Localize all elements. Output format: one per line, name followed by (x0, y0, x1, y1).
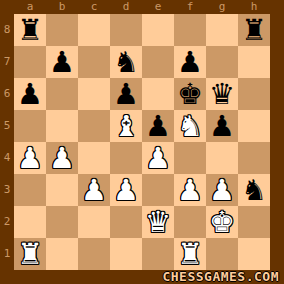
square-g3[interactable]: ♟ (206, 174, 238, 206)
square-g7[interactable] (206, 46, 238, 78)
square-e5[interactable]: ♟ (142, 110, 174, 142)
rank-label-5: 5 (0, 110, 14, 142)
square-h1[interactable] (238, 238, 270, 270)
white-pawn[interactable]: ♟ (177, 176, 203, 205)
file-label-a: a (14, 0, 46, 14)
square-d6[interactable]: ♟ (110, 78, 142, 110)
square-b5[interactable] (46, 110, 78, 142)
square-c7[interactable] (78, 46, 110, 78)
square-g1[interactable] (206, 238, 238, 270)
square-b4[interactable]: ♟ (46, 142, 78, 174)
black-king[interactable]: ♚ (177, 80, 203, 109)
square-c1[interactable] (78, 238, 110, 270)
file-label-f: f (174, 0, 206, 14)
square-b7[interactable]: ♟ (46, 46, 78, 78)
square-h8[interactable]: ♜ (238, 14, 270, 46)
white-rook[interactable]: ♜ (17, 240, 43, 269)
square-c5[interactable] (78, 110, 110, 142)
square-h4[interactable] (238, 142, 270, 174)
black-knight[interactable]: ♞ (113, 48, 139, 77)
square-a5[interactable] (14, 110, 46, 142)
white-pawn[interactable]: ♟ (209, 176, 235, 205)
rank-labels: 87654321 (0, 14, 14, 270)
square-a2[interactable] (14, 206, 46, 238)
black-pawn[interactable]: ♟ (17, 80, 43, 109)
square-b8[interactable] (46, 14, 78, 46)
black-rook[interactable]: ♜ (17, 16, 43, 45)
square-d5[interactable]: ♝ (110, 110, 142, 142)
rank-label-4: 4 (0, 142, 14, 174)
square-f8[interactable] (174, 14, 206, 46)
square-a1[interactable]: ♜ (14, 238, 46, 270)
square-e6[interactable] (142, 78, 174, 110)
square-g8[interactable] (206, 14, 238, 46)
square-e8[interactable] (142, 14, 174, 46)
file-label-b: b (46, 0, 78, 14)
board-grid: ♜♜♟♞♟♟♟♚♛♝♟♞♟♟♟♟♟♟♟♟♞♛♚♜♜ (14, 14, 270, 270)
square-h2[interactable] (238, 206, 270, 238)
black-pawn[interactable]: ♟ (209, 112, 235, 141)
square-d2[interactable] (110, 206, 142, 238)
square-g2[interactable]: ♚ (206, 206, 238, 238)
square-a7[interactable] (14, 46, 46, 78)
chess-board-diagram: abcdefgh 87654321 ♜♜♟♞♟♟♟♚♛♝♟♞♟♟♟♟♟♟♟♟♞♛… (0, 0, 284, 284)
rank-label-1: 1 (0, 238, 14, 270)
black-pawn[interactable]: ♟ (145, 112, 171, 141)
square-c3[interactable]: ♟ (78, 174, 110, 206)
square-c4[interactable] (78, 142, 110, 174)
rank-label-8: 8 (0, 14, 14, 46)
file-label-e: e (142, 0, 174, 14)
square-b2[interactable] (46, 206, 78, 238)
rank-label-6: 6 (0, 78, 14, 110)
square-a4[interactable]: ♟ (14, 142, 46, 174)
white-pawn[interactable]: ♟ (81, 176, 107, 205)
square-h7[interactable] (238, 46, 270, 78)
square-h3[interactable]: ♞ (238, 174, 270, 206)
square-e3[interactable] (142, 174, 174, 206)
square-e1[interactable] (142, 238, 174, 270)
black-pawn[interactable]: ♟ (177, 48, 203, 77)
file-labels: abcdefgh (14, 0, 270, 14)
square-e2[interactable]: ♛ (142, 206, 174, 238)
white-knight[interactable]: ♞ (177, 112, 203, 141)
white-pawn[interactable]: ♟ (17, 144, 43, 173)
square-d3[interactable]: ♟ (110, 174, 142, 206)
white-pawn[interactable]: ♟ (145, 144, 171, 173)
square-d1[interactable] (110, 238, 142, 270)
file-label-h: h (238, 0, 270, 14)
square-c8[interactable] (78, 14, 110, 46)
square-e4[interactable]: ♟ (142, 142, 174, 174)
black-rook[interactable]: ♜ (241, 16, 267, 45)
file-label-g: g (206, 0, 238, 14)
square-b1[interactable] (46, 238, 78, 270)
square-g6[interactable]: ♛ (206, 78, 238, 110)
rank-label-3: 3 (0, 174, 14, 206)
square-f3[interactable]: ♟ (174, 174, 206, 206)
square-f6[interactable]: ♚ (174, 78, 206, 110)
square-d4[interactable] (110, 142, 142, 174)
square-d8[interactable] (110, 14, 142, 46)
square-b3[interactable] (46, 174, 78, 206)
white-pawn[interactable]: ♟ (113, 176, 139, 205)
black-pawn[interactable]: ♟ (113, 80, 139, 109)
file-label-c: c (78, 0, 110, 14)
square-a8[interactable]: ♜ (14, 14, 46, 46)
square-c2[interactable] (78, 206, 110, 238)
white-rook[interactable]: ♜ (177, 240, 203, 269)
white-pawn[interactable]: ♟ (49, 144, 75, 173)
black-pawn[interactable]: ♟ (49, 48, 75, 77)
square-a3[interactable] (14, 174, 46, 206)
chessgames-watermark: CHESSGAMES.COM (162, 270, 279, 284)
square-f1[interactable]: ♜ (174, 238, 206, 270)
black-knight[interactable]: ♞ (241, 176, 267, 205)
black-queen[interactable]: ♛ (209, 80, 235, 109)
square-e7[interactable] (142, 46, 174, 78)
white-king[interactable]: ♚ (209, 208, 235, 237)
square-h6[interactable] (238, 78, 270, 110)
square-f4[interactable] (174, 142, 206, 174)
square-h5[interactable] (238, 110, 270, 142)
square-d7[interactable]: ♞ (110, 46, 142, 78)
square-b6[interactable] (46, 78, 78, 110)
square-g4[interactable] (206, 142, 238, 174)
square-c6[interactable] (78, 78, 110, 110)
white-queen[interactable]: ♛ (145, 208, 171, 237)
square-g5[interactable]: ♟ (206, 110, 238, 142)
square-f2[interactable] (174, 206, 206, 238)
square-f5[interactable]: ♞ (174, 110, 206, 142)
rank-label-2: 2 (0, 206, 14, 238)
file-label-d: d (110, 0, 142, 14)
rank-label-7: 7 (0, 46, 14, 78)
white-bishop[interactable]: ♝ (113, 112, 139, 141)
square-f7[interactable]: ♟ (174, 46, 206, 78)
square-a6[interactable]: ♟ (14, 78, 46, 110)
